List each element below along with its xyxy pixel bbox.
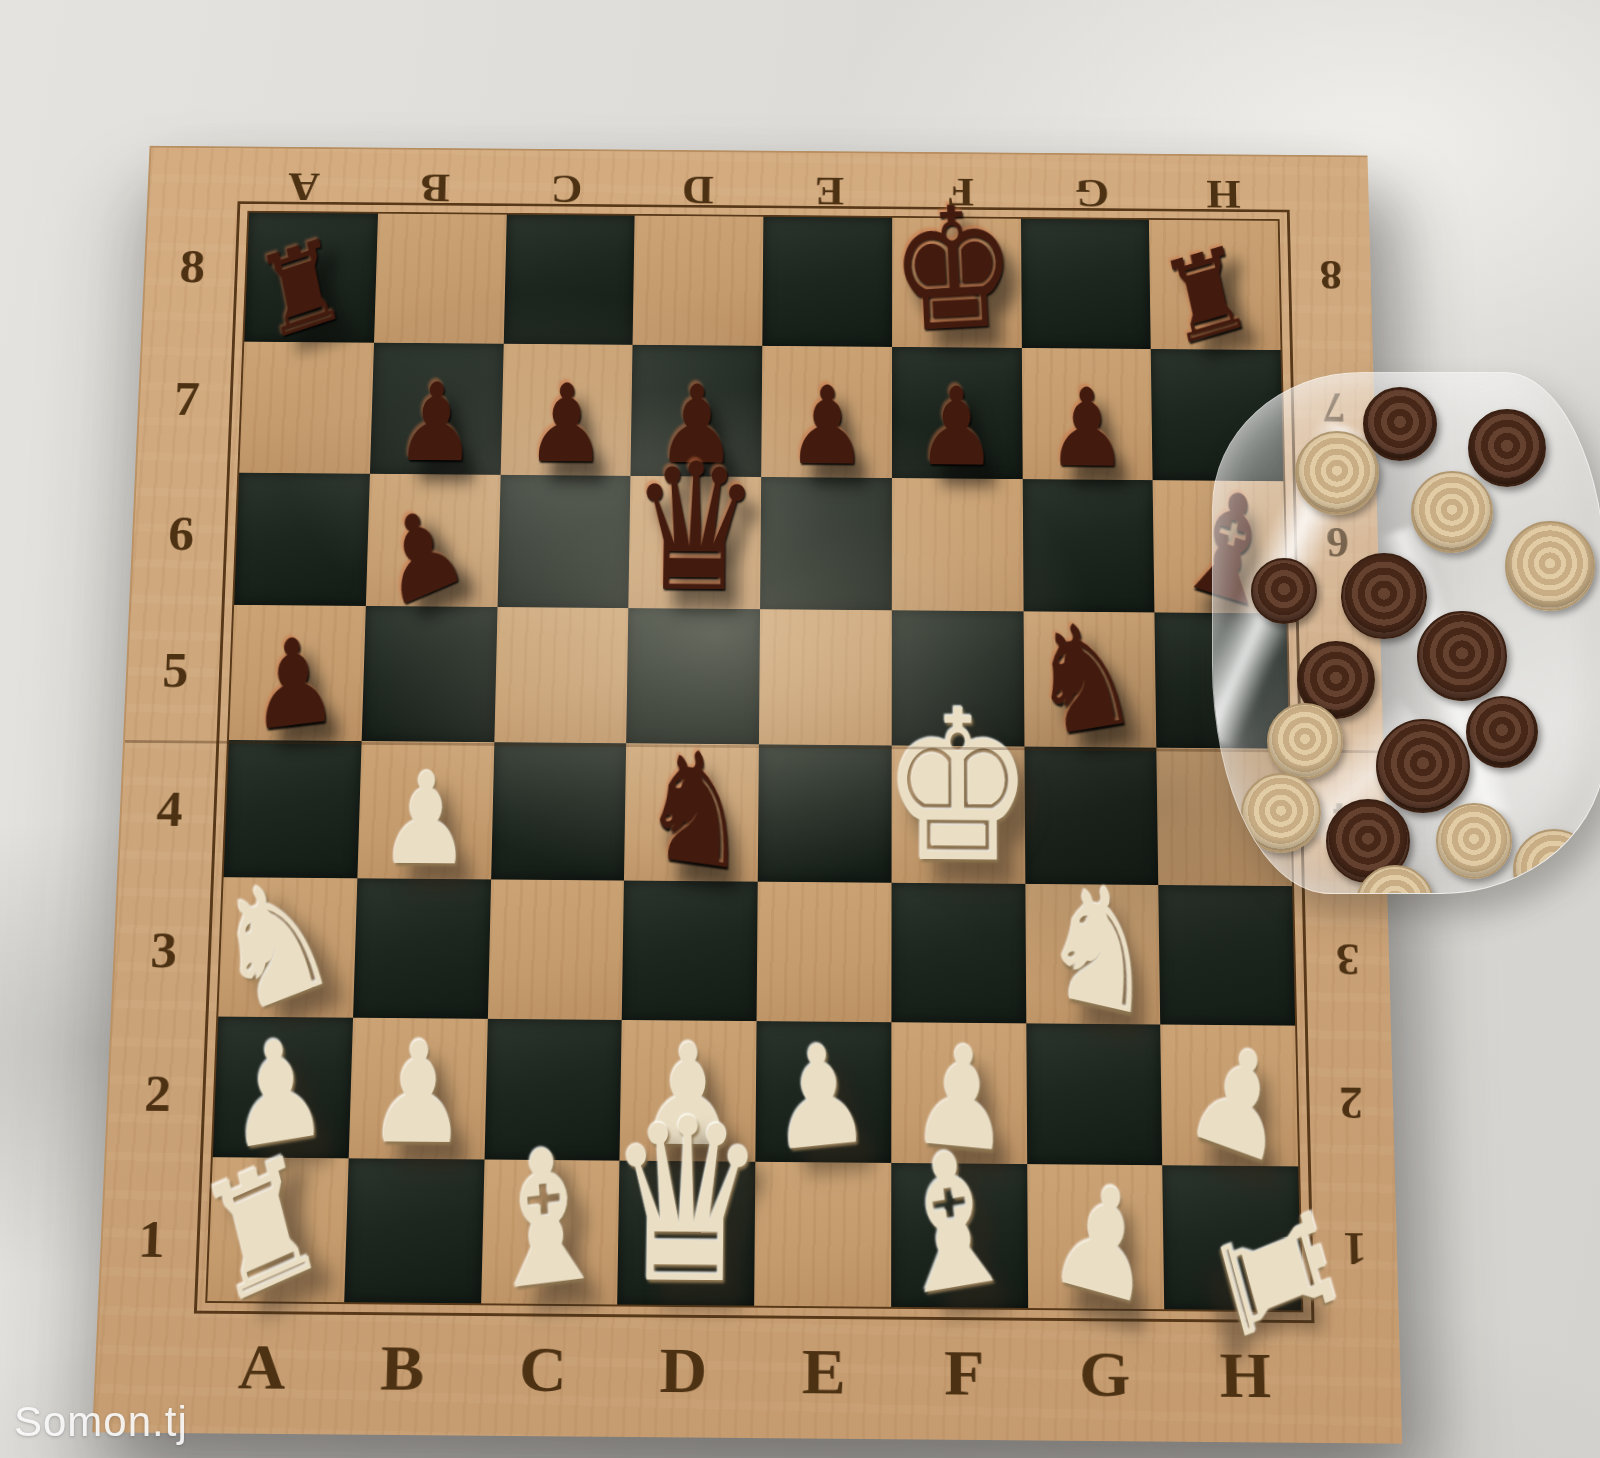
checker-disc-light (1267, 703, 1343, 779)
square-a7 (239, 341, 374, 473)
square-e5 (759, 609, 892, 745)
rank-label-left-6: 6 (137, 466, 225, 602)
rank-label-right-3: 3 (1307, 889, 1389, 1032)
checker-disc-light (1295, 431, 1379, 515)
square-c8 (503, 215, 635, 345)
rank-label-left-3: 3 (118, 879, 209, 1022)
rank-label-left-7: 7 (143, 332, 231, 466)
square-g1 (1027, 1164, 1165, 1309)
file-label-bottom-E: E (753, 1322, 894, 1421)
photo-scene: ABCDEFGH 87654321 87654321 ABCDEFGH ♜♚♜♟… (0, 0, 1600, 1458)
checker-disc-dark (1363, 387, 1437, 461)
checker-disc-light (1505, 521, 1595, 611)
watermark: Somon.tj (14, 1398, 188, 1446)
square-d3 (622, 880, 758, 1020)
square-e8 (762, 217, 892, 347)
square-f8 (892, 218, 1022, 348)
file-label-top-C: C (500, 164, 632, 215)
file-label-bottom-C: C (471, 1320, 613, 1419)
board-border: ♜♚♜♟♟♟♟♟♟♟♛♝♟♞♞♟♚♞♞♟♟♟♟♟♟♜♝♛♝♟♜ (194, 201, 1315, 1323)
checker-disc-dark (1251, 558, 1317, 624)
square-f6 (892, 478, 1024, 612)
square-a3 (218, 877, 357, 1017)
square-d4 (624, 743, 759, 881)
square-a6 (234, 472, 370, 606)
square-d8 (633, 216, 764, 346)
square-e1 (754, 1162, 891, 1307)
square-c3 (487, 879, 624, 1019)
square-b6 (366, 473, 501, 607)
rank-label-right-2: 2 (1310, 1031, 1393, 1176)
square-b3 (353, 878, 491, 1018)
square-b2 (348, 1017, 487, 1159)
square-g6 (1022, 479, 1154, 613)
checker-disc-light (1513, 829, 1595, 894)
checker-disc-dark (1341, 553, 1427, 639)
rank-label-left-8: 8 (149, 201, 236, 333)
square-h1 (1162, 1165, 1301, 1310)
rank-label-left-4: 4 (125, 739, 215, 880)
square-e6 (760, 477, 892, 611)
file-label-top-B: B (369, 163, 502, 214)
square-g8 (1021, 219, 1151, 349)
rank-label-left-5: 5 (131, 601, 220, 739)
square-g2 (1026, 1023, 1163, 1166)
board-grid: ♜♚♜♟♟♟♟♟♟♟♛♝♟♞♞♟♚♞♞♟♟♟♟♟♟♜♝♛♝♟♜ (205, 211, 1303, 1312)
square-e3 (757, 881, 892, 1021)
square-b1 (344, 1159, 484, 1304)
square-g3 (1025, 884, 1161, 1024)
file-labels-bottom: ABCDEFGH (190, 1317, 1317, 1425)
chess-board: ABCDEFGH 87654321 87654321 ABCDEFGH ♜♚♜♟… (92, 146, 1402, 1444)
square-b5 (361, 606, 497, 742)
square-d1 (617, 1161, 755, 1306)
file-labels-top: ABCDEFGH (237, 162, 1290, 220)
square-a1 (207, 1157, 348, 1302)
checker-disc-dark (1466, 696, 1538, 768)
square-c6 (497, 474, 631, 608)
square-h8 (1149, 220, 1280, 350)
file-label-top-G: G (1026, 168, 1158, 219)
file-label-bottom-H: H (1174, 1326, 1316, 1425)
rank-label-left-1: 1 (106, 1166, 198, 1314)
square-f1 (891, 1163, 1028, 1308)
square-c5 (494, 607, 629, 743)
square-c2 (484, 1018, 622, 1161)
square-d2 (620, 1019, 757, 1162)
checker-disc-light (1436, 803, 1512, 879)
square-b8 (374, 214, 507, 344)
square-a4 (224, 740, 362, 878)
square-h2 (1160, 1024, 1298, 1167)
rank-label-right-8: 8 (1292, 210, 1371, 342)
square-g7 (1021, 348, 1152, 480)
checker-disc-dark (1417, 611, 1507, 701)
square-d6 (629, 475, 762, 609)
checker-disc-dark (1468, 409, 1546, 487)
file-label-bottom-B: B (331, 1319, 474, 1418)
square-e2 (755, 1021, 891, 1164)
square-h3 (1158, 885, 1295, 1025)
square-g5 (1023, 612, 1156, 748)
checker-disc-light (1411, 471, 1493, 553)
square-f4 (891, 745, 1025, 883)
file-label-top-H: H (1157, 169, 1289, 220)
file-label-top-A: A (237, 162, 370, 213)
square-f5 (891, 611, 1024, 747)
rank-label-left-2: 2 (112, 1021, 203, 1166)
file-label-top-D: D (632, 165, 764, 216)
square-a8 (244, 213, 377, 343)
file-label-bottom-D: D (612, 1321, 754, 1420)
square-a2 (213, 1016, 353, 1158)
square-f7 (892, 347, 1023, 479)
square-e4 (758, 744, 892, 882)
square-b4 (357, 741, 494, 879)
square-c7 (500, 344, 633, 476)
file-label-bottom-G: G (1034, 1325, 1176, 1424)
square-f3 (891, 883, 1026, 1023)
file-label-top-E: E (763, 166, 895, 217)
square-a5 (229, 605, 366, 741)
square-c1 (481, 1160, 620, 1305)
checkers-bag (1212, 372, 1600, 894)
checker-disc-dark (1376, 719, 1470, 813)
file-label-bottom-F: F (894, 1323, 1035, 1422)
file-label-top-F: F (895, 167, 1027, 218)
square-e7 (761, 346, 892, 478)
square-d7 (631, 345, 763, 477)
square-d5 (626, 608, 760, 744)
square-b7 (370, 342, 504, 474)
square-f2 (891, 1022, 1027, 1165)
file-label-bottom-A: A (190, 1317, 334, 1416)
square-c4 (491, 742, 627, 880)
rank-label-right-1: 1 (1313, 1176, 1397, 1324)
square-g4 (1024, 747, 1158, 885)
